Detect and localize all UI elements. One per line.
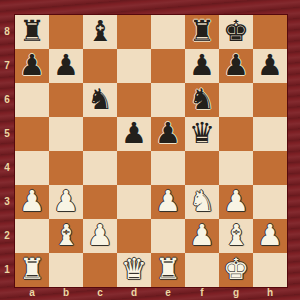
square-e8 — [151, 15, 185, 49]
square-d3 — [117, 185, 151, 219]
rank-label-8: 8 — [0, 15, 14, 49]
rank-label-2: 2 — [0, 219, 14, 253]
black-pawn-e5: ♟ — [155, 117, 181, 150]
white-pawn-f2: ♟ — [189, 219, 215, 252]
rank-coordinates: 87654321 — [0, 15, 14, 287]
square-g5 — [219, 117, 253, 151]
square-f4 — [185, 151, 219, 185]
square-g7: ♟ — [219, 49, 253, 83]
file-label-e: e — [151, 286, 185, 300]
black-knight-f6: ♞ — [189, 83, 215, 116]
square-d5: ♟ — [117, 117, 151, 151]
white-pawn-a3: ♟ — [19, 185, 45, 218]
square-d2 — [117, 219, 151, 253]
square-h7: ♟ — [253, 49, 287, 83]
black-king-g8: ♚ — [223, 15, 249, 48]
square-c2: ♟ — [83, 219, 117, 253]
square-b2: ♝ — [49, 219, 83, 253]
square-h2: ♟ — [253, 219, 287, 253]
rank-label-3: 3 — [0, 185, 14, 219]
black-rook-a8: ♜ — [19, 15, 45, 48]
square-a2 — [15, 219, 49, 253]
square-h5 — [253, 117, 287, 151]
white-rook-a1: ♜ — [19, 253, 45, 286]
square-g1: ♚ — [219, 253, 253, 287]
black-pawn-g7: ♟ — [223, 49, 249, 82]
rank-label-6: 6 — [0, 83, 14, 117]
white-pawn-c2: ♟ — [87, 219, 113, 252]
square-f2: ♟ — [185, 219, 219, 253]
black-pawn-d5: ♟ — [121, 117, 147, 150]
square-a3: ♟ — [15, 185, 49, 219]
square-f3: ♞ — [185, 185, 219, 219]
white-pawn-g3: ♟ — [223, 185, 249, 218]
white-pawn-b3: ♟ — [53, 185, 79, 218]
square-g4 — [219, 151, 253, 185]
rank-label-1: 1 — [0, 253, 14, 287]
square-b4 — [49, 151, 83, 185]
white-rook-e1: ♜ — [155, 253, 181, 286]
square-b8 — [49, 15, 83, 49]
square-c4 — [83, 151, 117, 185]
square-f6: ♞ — [185, 83, 219, 117]
square-c7 — [83, 49, 117, 83]
black-pawn-a7: ♟ — [19, 49, 45, 82]
square-d8 — [117, 15, 151, 49]
rank-label-7: 7 — [0, 49, 14, 83]
square-h4 — [253, 151, 287, 185]
white-king-g1: ♚ — [223, 253, 249, 286]
chess-diagram: 87654321 ♜♝♜♚♟♟♟♟♟♞♞♟♟♛♟♟♟♞♟♝♟♟♝♟♜♛♜♚ ab… — [0, 0, 300, 300]
square-e4 — [151, 151, 185, 185]
black-bishop-c8: ♝ — [87, 15, 113, 48]
square-e6 — [151, 83, 185, 117]
square-b1 — [49, 253, 83, 287]
square-h8 — [253, 15, 287, 49]
file-label-a: a — [15, 286, 49, 300]
square-a7: ♟ — [15, 49, 49, 83]
square-b7: ♟ — [49, 49, 83, 83]
square-e1: ♜ — [151, 253, 185, 287]
black-queen-f5: ♛ — [189, 117, 215, 150]
square-b5 — [49, 117, 83, 151]
white-bishop-g2: ♝ — [223, 219, 249, 252]
square-d7 — [117, 49, 151, 83]
square-e7 — [151, 49, 185, 83]
square-c3 — [83, 185, 117, 219]
file-label-g: g — [219, 286, 253, 300]
file-label-c: c — [83, 286, 117, 300]
square-d1: ♛ — [117, 253, 151, 287]
file-label-d: d — [117, 286, 151, 300]
chess-board: ♜♝♜♚♟♟♟♟♟♞♞♟♟♛♟♟♟♞♟♝♟♟♝♟♜♛♜♚ — [14, 14, 288, 288]
black-pawn-h7: ♟ — [257, 49, 283, 82]
square-a1: ♜ — [15, 253, 49, 287]
black-pawn-b7: ♟ — [53, 49, 79, 82]
black-knight-c6: ♞ — [87, 83, 113, 116]
square-g2: ♝ — [219, 219, 253, 253]
white-queen-d1: ♛ — [121, 253, 147, 286]
square-c1 — [83, 253, 117, 287]
white-pawn-h2: ♟ — [257, 219, 283, 252]
square-a5 — [15, 117, 49, 151]
white-knight-f3: ♞ — [189, 185, 215, 218]
square-d6 — [117, 83, 151, 117]
white-bishop-b2: ♝ — [53, 219, 79, 252]
square-h6 — [253, 83, 287, 117]
black-pawn-f7: ♟ — [189, 49, 215, 82]
square-d4 — [117, 151, 151, 185]
square-c8: ♝ — [83, 15, 117, 49]
square-a8: ♜ — [15, 15, 49, 49]
square-a4 — [15, 151, 49, 185]
square-g3: ♟ — [219, 185, 253, 219]
square-h1 — [253, 253, 287, 287]
file-label-f: f — [185, 286, 219, 300]
file-label-h: h — [253, 286, 287, 300]
square-h3 — [253, 185, 287, 219]
square-e2 — [151, 219, 185, 253]
black-rook-f8: ♜ — [189, 15, 215, 48]
square-a6 — [15, 83, 49, 117]
square-b3: ♟ — [49, 185, 83, 219]
square-e5: ♟ — [151, 117, 185, 151]
square-f7: ♟ — [185, 49, 219, 83]
rank-label-5: 5 — [0, 117, 14, 151]
square-f5: ♛ — [185, 117, 219, 151]
white-pawn-e3: ♟ — [155, 185, 181, 218]
square-b6 — [49, 83, 83, 117]
square-f8: ♜ — [185, 15, 219, 49]
square-f1 — [185, 253, 219, 287]
square-c5 — [83, 117, 117, 151]
file-coordinates: abcdefgh — [15, 286, 287, 300]
square-g8: ♚ — [219, 15, 253, 49]
file-label-b: b — [49, 286, 83, 300]
square-g6 — [219, 83, 253, 117]
square-c6: ♞ — [83, 83, 117, 117]
rank-label-4: 4 — [0, 151, 14, 185]
square-e3: ♟ — [151, 185, 185, 219]
